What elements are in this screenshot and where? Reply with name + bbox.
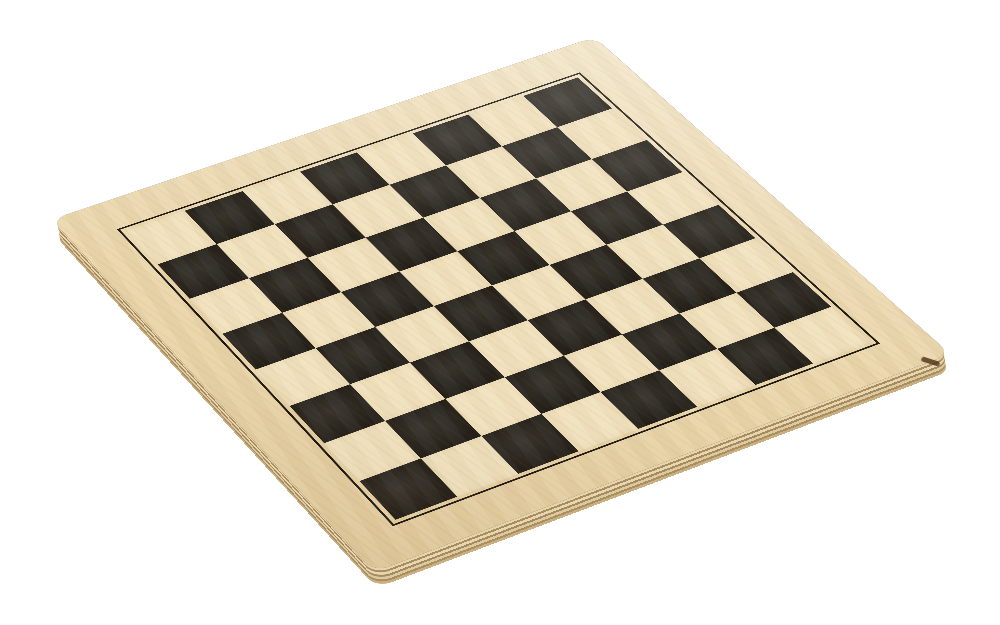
playing-area: [117, 72, 880, 526]
photo-background: [0, 0, 1000, 625]
board-grid: [126, 77, 870, 519]
chessboard: [52, 37, 950, 572]
